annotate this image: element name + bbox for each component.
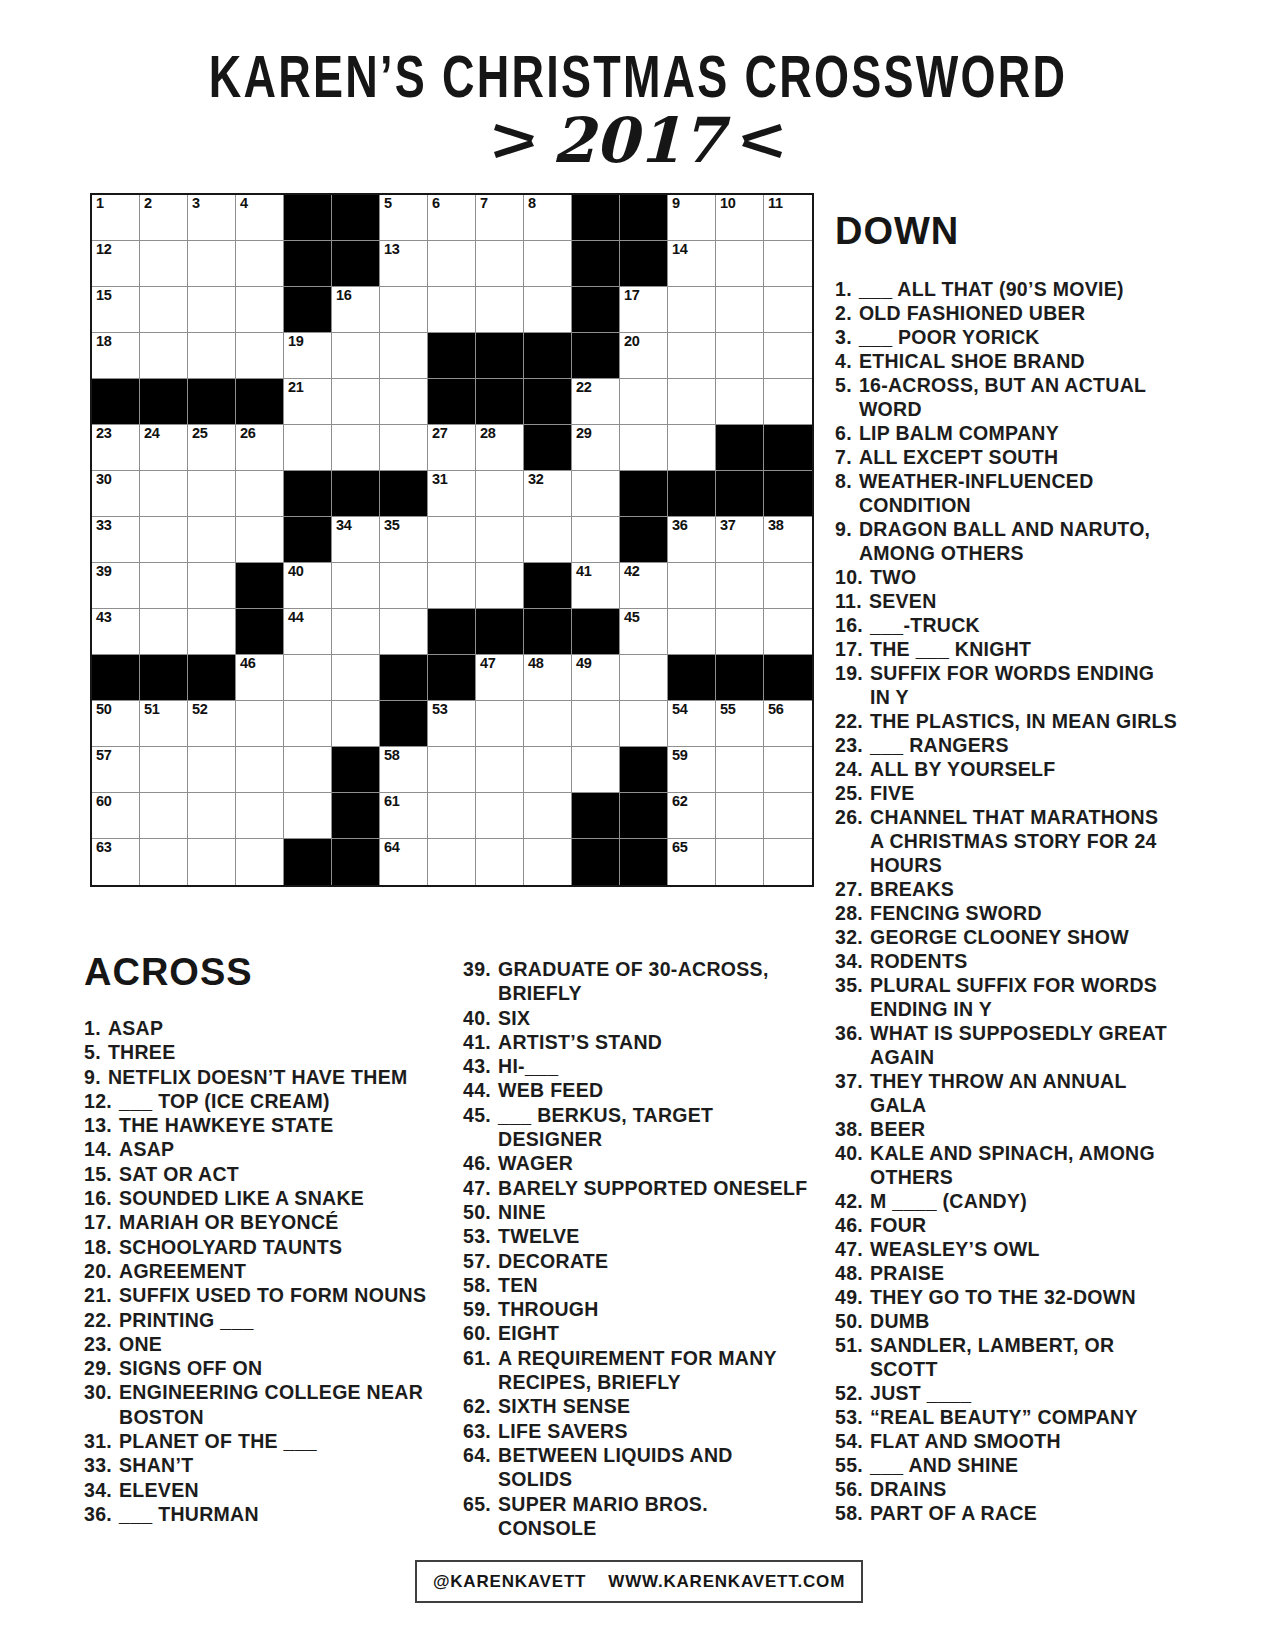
grid-cell[interactable]: [140, 563, 188, 609]
clue-text: SIX: [498, 1006, 530, 1030]
grid-cell[interactable]: [524, 793, 572, 839]
grid-cell[interactable]: [668, 563, 716, 609]
grid-cell[interactable]: [236, 471, 284, 517]
grid-cell[interactable]: 6: [428, 195, 476, 241]
grid-cell[interactable]: [140, 333, 188, 379]
grid-cell[interactable]: [476, 241, 524, 287]
grid-cell[interactable]: 45: [620, 609, 668, 655]
grid-cell-black: [572, 839, 620, 885]
grid-cell[interactable]: [572, 517, 620, 563]
grid-cell[interactable]: [284, 425, 332, 471]
grid-cell[interactable]: [428, 287, 476, 333]
grid-cell[interactable]: [428, 793, 476, 839]
clue-text: DUMB: [870, 1309, 930, 1333]
grid-cell[interactable]: [572, 471, 620, 517]
clue-text: 16-ACROSS, BUT AN ACTUAL WORD: [859, 373, 1146, 421]
clue-number: 7.: [835, 445, 852, 469]
grid-cell[interactable]: [140, 609, 188, 655]
grid-cell[interactable]: 11: [764, 195, 812, 241]
cell-number: 14: [672, 242, 688, 258]
grid-cell[interactable]: [188, 471, 236, 517]
clue-number: 16.: [835, 613, 863, 637]
grid-cell[interactable]: 27: [428, 425, 476, 471]
grid-cell[interactable]: 51: [140, 701, 188, 747]
grid-cell[interactable]: [428, 563, 476, 609]
cell-number: 34: [336, 518, 352, 534]
grid-cell[interactable]: 53: [428, 701, 476, 747]
grid-cell[interactable]: [332, 425, 380, 471]
clue-text: WEASLEY’S OWL: [870, 1237, 1040, 1261]
grid-cell[interactable]: [332, 563, 380, 609]
clue-text: HI-___: [498, 1054, 558, 1078]
grid-cell[interactable]: [284, 701, 332, 747]
grid-cell[interactable]: [620, 425, 668, 471]
across-clue: 1.ASAP: [84, 1016, 476, 1040]
grid-cell[interactable]: [332, 609, 380, 655]
cell-number: 17: [624, 288, 640, 304]
grid-cell-black: [668, 471, 716, 517]
grid-cell-black: [620, 517, 668, 563]
grid-cell[interactable]: [140, 747, 188, 793]
grid-cell-black: [524, 333, 572, 379]
clue-text: THE HAWKEYE STATE: [119, 1113, 334, 1137]
grid-cell[interactable]: 3: [188, 195, 236, 241]
down-clue: 28.FENCING SWORD: [835, 901, 1265, 925]
grid-cell[interactable]: 38: [764, 517, 812, 563]
grid-cell-black: [284, 195, 332, 241]
clue-number: 15.: [84, 1162, 112, 1186]
grid-cell[interactable]: 1: [92, 195, 140, 241]
clue-number: 11.: [835, 589, 862, 613]
grid-cell[interactable]: [620, 379, 668, 425]
cell-number: 40: [288, 564, 304, 580]
clue-text: THE ___ KNIGHT: [870, 637, 1031, 661]
grid-cell[interactable]: [188, 333, 236, 379]
grid-cell[interactable]: [476, 471, 524, 517]
grid-cell[interactable]: [140, 793, 188, 839]
cell-number: 44: [288, 610, 304, 626]
grid-cell-black: [620, 747, 668, 793]
grid-cell-black: [380, 471, 428, 517]
grid-cell[interactable]: 35: [380, 517, 428, 563]
clue-text: ___-TRUCK: [870, 613, 980, 637]
grid-cell[interactable]: [284, 793, 332, 839]
laurel-right-icon: [740, 122, 782, 160]
grid-cell[interactable]: 61: [380, 793, 428, 839]
grid-cell[interactable]: [524, 747, 572, 793]
clue-number: 16.: [84, 1186, 112, 1210]
grid-cell[interactable]: [668, 609, 716, 655]
cell-number: 6: [432, 196, 440, 212]
down-clue: 2.OLD FASHIONED UBER: [835, 301, 1265, 325]
cell-number: 49: [576, 656, 592, 672]
clue-text: ALL BY YOURSELF: [870, 757, 1055, 781]
cell-number: 58: [384, 748, 400, 764]
grid-cell[interactable]: [764, 241, 812, 287]
grid-cell[interactable]: [188, 793, 236, 839]
grid-cell[interactable]: 34: [332, 517, 380, 563]
grid-cell[interactable]: [188, 609, 236, 655]
grid-cell[interactable]: 52: [188, 701, 236, 747]
clue-text: GRADUATE OF 30-ACROSS, BRIEFLY: [498, 957, 769, 1006]
across-clue: 57.DECORATE: [463, 1249, 855, 1273]
down-clue: 17.THE ___ KNIGHT: [835, 637, 1265, 661]
grid-cell[interactable]: 16: [332, 287, 380, 333]
clue-text: THEY THROW AN ANNUAL GALA: [870, 1069, 1127, 1117]
grid-cell-black: [428, 379, 476, 425]
grid-cell[interactable]: 30: [92, 471, 140, 517]
grid-cell[interactable]: [428, 241, 476, 287]
grid-cell[interactable]: 21: [284, 379, 332, 425]
grid-cell[interactable]: 13: [380, 241, 428, 287]
cell-number: 23: [96, 426, 112, 442]
down-clue: 22.THE PLASTICS, IN MEAN GIRLS: [835, 709, 1265, 733]
grid-cell[interactable]: [476, 747, 524, 793]
cell-number: 7: [480, 196, 488, 212]
clue-number: 30.: [84, 1380, 112, 1429]
grid-cell-black: [332, 793, 380, 839]
grid-cell[interactable]: 14: [668, 241, 716, 287]
clue-number: 5.: [835, 373, 852, 421]
grid-cell-black: [332, 747, 380, 793]
footer-box: @KARENKAVETT WWW.KARENKAVETT.COM: [415, 1560, 863, 1603]
clue-number: 32.: [835, 925, 863, 949]
grid-cell[interactable]: [236, 287, 284, 333]
grid-cell[interactable]: 65: [668, 839, 716, 885]
grid-cell[interactable]: [524, 517, 572, 563]
cell-number: 39: [96, 564, 112, 580]
grid-cell-black: [572, 333, 620, 379]
cell-number: 64: [384, 840, 400, 856]
clue-text: CHANNEL THAT MARATHONS A CHRISTMAS STORY…: [870, 805, 1158, 877]
grid-cell[interactable]: [188, 563, 236, 609]
grid-cell[interactable]: 23: [92, 425, 140, 471]
grid-cell[interactable]: [236, 517, 284, 563]
cell-number: 41: [576, 564, 592, 580]
clue-text: SOUNDED LIKE A SNAKE: [119, 1186, 364, 1210]
clue-text: THREE: [108, 1040, 176, 1064]
grid-cell[interactable]: 57: [92, 747, 140, 793]
clue-text: ETHICAL SHOE BRAND: [859, 349, 1085, 373]
clue-number: 8.: [835, 469, 852, 517]
grid-cell[interactable]: 44: [284, 609, 332, 655]
grid-cell[interactable]: 7: [476, 195, 524, 241]
grid-cell[interactable]: [668, 425, 716, 471]
grid-cell[interactable]: 46: [236, 655, 284, 701]
grid-cell[interactable]: [380, 287, 428, 333]
across-clue: 22.PRINTING ___: [84, 1308, 476, 1332]
grid-cell[interactable]: [524, 701, 572, 747]
clue-number: 1.: [835, 277, 852, 301]
clue-number: 5.: [84, 1040, 101, 1064]
grid-cell[interactable]: [668, 333, 716, 379]
clue-number: 63.: [463, 1419, 491, 1443]
across-clue: 14.ASAP: [84, 1137, 476, 1161]
cell-number: 63: [96, 840, 112, 856]
grid-cell-black: [284, 471, 332, 517]
grid-cell[interactable]: 54: [668, 701, 716, 747]
grid-cell[interactable]: [332, 379, 380, 425]
grid-cell[interactable]: 43: [92, 609, 140, 655]
grid-cell[interactable]: 59: [668, 747, 716, 793]
clue-number: 14.: [84, 1137, 112, 1161]
grid-cell-black: [524, 609, 572, 655]
cell-number: 28: [480, 426, 496, 442]
grid-cell[interactable]: [524, 287, 572, 333]
grid-cell[interactable]: 49: [572, 655, 620, 701]
clue-text: ELEVEN: [119, 1478, 199, 1502]
grid-cell[interactable]: 10: [716, 195, 764, 241]
grid-cell[interactable]: 48: [524, 655, 572, 701]
grid-cell[interactable]: [476, 563, 524, 609]
grid-cell[interactable]: [716, 287, 764, 333]
grid-cell[interactable]: 36: [668, 517, 716, 563]
down-clue: 55.___ AND SHINE: [835, 1453, 1265, 1477]
grid-cell[interactable]: 39: [92, 563, 140, 609]
clue-text: ___ BERKUS, TARGET DESIGNER: [498, 1103, 713, 1152]
grid-cell[interactable]: [236, 701, 284, 747]
grid-cell[interactable]: 60: [92, 793, 140, 839]
grid-cell-black: [572, 241, 620, 287]
across-clue: 58.TEN: [463, 1273, 855, 1297]
grid-cell[interactable]: [140, 839, 188, 885]
cell-number: 10: [720, 196, 736, 212]
cell-number: 46: [240, 656, 256, 672]
grid-cell[interactable]: [476, 517, 524, 563]
grid-cell[interactable]: [188, 517, 236, 563]
grid-cell[interactable]: [236, 793, 284, 839]
clue-text: THE PLASTICS, IN MEAN GIRLS: [870, 709, 1177, 733]
cell-number: 8: [528, 196, 536, 212]
grid-cell[interactable]: 12: [92, 241, 140, 287]
grid-cell[interactable]: [332, 701, 380, 747]
clue-text: PLANET OF THE ___: [119, 1429, 317, 1453]
across-clue: 30.ENGINEERING COLLEGE NEAR BOSTON: [84, 1380, 476, 1429]
grid-cell[interactable]: 24: [140, 425, 188, 471]
grid-cell[interactable]: [188, 747, 236, 793]
down-clue: 23.___ RANGERS: [835, 733, 1265, 757]
across-clue: 53.TWELVE: [463, 1224, 855, 1248]
grid-cell[interactable]: 8: [524, 195, 572, 241]
grid-cell[interactable]: 9: [668, 195, 716, 241]
grid-cell[interactable]: [764, 379, 812, 425]
grid-cell[interactable]: [140, 241, 188, 287]
down-clue: 6.LIP BALM COMPANY: [835, 421, 1265, 445]
grid-cell[interactable]: [716, 839, 764, 885]
clue-number: 58.: [463, 1273, 491, 1297]
grid-cell[interactable]: [524, 839, 572, 885]
clue-number: 28.: [835, 901, 863, 925]
grid-cell[interactable]: [716, 241, 764, 287]
cell-number: 59: [672, 748, 688, 764]
grid-cell[interactable]: 20: [620, 333, 668, 379]
grid-cell[interactable]: 19: [284, 333, 332, 379]
clue-text: LIP BALM COMPANY: [859, 421, 1059, 445]
grid-cell[interactable]: 29: [572, 425, 620, 471]
clue-number: 20.: [84, 1259, 112, 1283]
grid-cell[interactable]: [620, 701, 668, 747]
grid-cell[interactable]: [764, 747, 812, 793]
grid-cell[interactable]: 15: [92, 287, 140, 333]
grid-cell[interactable]: [668, 379, 716, 425]
clue-text: WHAT IS SUPPOSEDLY GREAT AGAIN: [870, 1021, 1167, 1069]
down-clue: 47.WEASLEY’S OWL: [835, 1237, 1265, 1261]
grid-cell[interactable]: 58: [380, 747, 428, 793]
grid-cell[interactable]: [140, 517, 188, 563]
grid-cell[interactable]: [668, 287, 716, 333]
grid-cell[interactable]: 26: [236, 425, 284, 471]
grid-cell[interactable]: 47: [476, 655, 524, 701]
grid-cell[interactable]: [428, 517, 476, 563]
grid-cell[interactable]: 33: [92, 517, 140, 563]
grid-cell[interactable]: [716, 793, 764, 839]
clue-text: JUST ____: [870, 1381, 971, 1405]
down-clue: 46.FOUR: [835, 1213, 1265, 1237]
grid-cell[interactable]: [380, 333, 428, 379]
cell-number: 57: [96, 748, 112, 764]
clue-number: 25.: [835, 781, 863, 805]
grid-cell[interactable]: [764, 609, 812, 655]
grid-cell[interactable]: [476, 839, 524, 885]
grid-cell[interactable]: [476, 793, 524, 839]
grid-cell[interactable]: [332, 655, 380, 701]
grid-cell[interactable]: [188, 839, 236, 885]
clue-text: THROUGH: [498, 1297, 599, 1321]
grid-cell[interactable]: 62: [668, 793, 716, 839]
grid-cell[interactable]: 40: [284, 563, 332, 609]
clue-number: 50.: [463, 1200, 491, 1224]
grid-cell-black: [332, 839, 380, 885]
grid-cell[interactable]: [620, 655, 668, 701]
down-clue: 9.DRAGON BALL AND NARUTO, AMONG OTHERS: [835, 517, 1265, 565]
grid-cell[interactable]: [188, 287, 236, 333]
grid-cell[interactable]: [764, 333, 812, 379]
grid-cell[interactable]: 32: [524, 471, 572, 517]
grid-cell[interactable]: 64: [380, 839, 428, 885]
cell-number: 51: [144, 702, 160, 718]
down-heading: DOWN: [835, 211, 1265, 251]
grid-cell[interactable]: [236, 333, 284, 379]
grid-cell[interactable]: [284, 747, 332, 793]
across-clues-col2: 39.GRADUATE OF 30-ACROSS, BRIEFLY40.SIX4…: [463, 957, 855, 1540]
grid-cell[interactable]: [140, 471, 188, 517]
grid-cell[interactable]: 50: [92, 701, 140, 747]
grid-cell-black: [572, 195, 620, 241]
clue-text: PART OF A RACE: [870, 1501, 1037, 1525]
grid-cell[interactable]: [572, 747, 620, 793]
clue-text: PRAISE: [870, 1261, 944, 1285]
cell-number: 13: [384, 242, 400, 258]
grid-cell[interactable]: [716, 333, 764, 379]
clue-number: 18.: [84, 1235, 112, 1259]
grid-cell-black: [524, 425, 572, 471]
clue-text: “REAL BEAUTY” COMPANY: [870, 1405, 1138, 1429]
clue-text: FLAT AND SMOOTH: [870, 1429, 1061, 1453]
grid-cell-black: [524, 379, 572, 425]
across-clue: 40.SIX: [463, 1006, 855, 1030]
grid-cell[interactable]: 22: [572, 379, 620, 425]
across-clue: 39.GRADUATE OF 30-ACROSS, BRIEFLY: [463, 957, 855, 1006]
grid-cell[interactable]: 17: [620, 287, 668, 333]
down-clue: 27.BREAKS: [835, 877, 1265, 901]
clue-text: SIXTH SENSE: [498, 1394, 630, 1418]
grid-cell[interactable]: [236, 241, 284, 287]
clue-text: ASAP: [119, 1137, 174, 1161]
grid-cell[interactable]: 37: [716, 517, 764, 563]
down-clue: 19.SUFFIX FOR WORDS ENDING IN Y: [835, 661, 1265, 709]
grid-cell[interactable]: [716, 609, 764, 655]
website-url: WWW.KARENKAVETT.COM: [608, 1572, 845, 1592]
across-clue: 13.THE HAWKEYE STATE: [84, 1113, 476, 1137]
grid-cell[interactable]: [764, 793, 812, 839]
grid-cell[interactable]: 25: [188, 425, 236, 471]
grid-cell[interactable]: 5: [380, 195, 428, 241]
clue-number: 1.: [84, 1016, 101, 1040]
grid-cell[interactable]: [524, 241, 572, 287]
cell-number: 19: [288, 334, 304, 350]
down-clue: 34.RODENTS: [835, 949, 1265, 973]
grid-cell[interactable]: [236, 839, 284, 885]
grid-cell[interactable]: [236, 747, 284, 793]
grid-cell[interactable]: [716, 379, 764, 425]
clue-number: 34.: [84, 1478, 112, 1502]
clue-number: 26.: [835, 805, 863, 877]
grid-cell[interactable]: [380, 609, 428, 655]
clue-number: 59.: [463, 1297, 491, 1321]
down-section: DOWN 1.___ ALL THAT (90’S MOVIE)2.OLD FA…: [835, 211, 1265, 1525]
grid-cell[interactable]: 56: [764, 701, 812, 747]
grid-cell[interactable]: [332, 333, 380, 379]
grid-cell[interactable]: 41: [572, 563, 620, 609]
cell-number: 16: [336, 288, 352, 304]
grid-cell[interactable]: 63: [92, 839, 140, 885]
clue-text: WEB FEED: [498, 1078, 603, 1102]
grid-cell[interactable]: [476, 287, 524, 333]
grid-cell[interactable]: 28: [476, 425, 524, 471]
grid-cell[interactable]: [716, 747, 764, 793]
grid-cell[interactable]: 42: [620, 563, 668, 609]
grid-cell[interactable]: [380, 425, 428, 471]
grid-cell[interactable]: [764, 839, 812, 885]
grid-cell[interactable]: [380, 563, 428, 609]
down-clue: 37.THEY THROW AN ANNUAL GALA: [835, 1069, 1265, 1117]
clue-number: 64.: [463, 1443, 491, 1492]
clue-number: 17.: [84, 1210, 112, 1234]
puzzle-title: KAREN’S CHRISTMAS CROSSWORD: [160, 47, 1117, 107]
clue-number: 40.: [463, 1006, 491, 1030]
grid-cell[interactable]: [764, 563, 812, 609]
grid-cell[interactable]: 31: [428, 471, 476, 517]
grid-cell[interactable]: 55: [716, 701, 764, 747]
grid-cell[interactable]: [572, 701, 620, 747]
grid-cell[interactable]: 2: [140, 195, 188, 241]
grid-cell[interactable]: [140, 287, 188, 333]
grid-cell[interactable]: 4: [236, 195, 284, 241]
grid-cell-black: [236, 563, 284, 609]
grid-cell[interactable]: [716, 563, 764, 609]
grid-cell[interactable]: [476, 701, 524, 747]
clue-number: 39.: [463, 957, 491, 1006]
grid-cell-black: [92, 379, 140, 425]
grid-cell[interactable]: [428, 839, 476, 885]
grid-cell[interactable]: [188, 241, 236, 287]
grid-cell[interactable]: [380, 379, 428, 425]
grid-cell[interactable]: [284, 655, 332, 701]
grid-cell[interactable]: [428, 747, 476, 793]
grid-cell[interactable]: 18: [92, 333, 140, 379]
clue-number: 53.: [463, 1224, 491, 1248]
grid-cell[interactable]: [764, 287, 812, 333]
